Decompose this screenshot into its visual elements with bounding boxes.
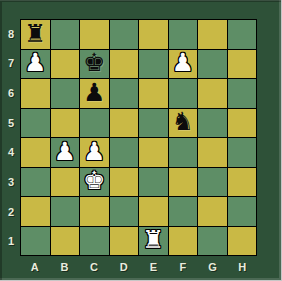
square-h6[interactable]: [228, 79, 257, 108]
square-g1[interactable]: [198, 227, 227, 256]
square-d5[interactable]: [110, 109, 139, 138]
rank-label-2: 2: [3, 197, 19, 227]
piece-white-pawn-a7[interactable]: ♟: [24, 50, 46, 75]
square-g3[interactable]: [198, 168, 227, 197]
square-d6[interactable]: [110, 79, 139, 108]
square-h3[interactable]: [228, 168, 257, 197]
square-d2[interactable]: [110, 197, 139, 226]
square-h5[interactable]: [228, 109, 257, 138]
file-label-c: C: [79, 256, 109, 277]
square-c8[interactable]: [80, 20, 109, 49]
rank-label-6: 6: [3, 78, 19, 108]
square-e5[interactable]: [139, 109, 168, 138]
square-b4[interactable]: ♟: [51, 138, 80, 167]
square-a1[interactable]: [21, 227, 50, 256]
square-g2[interactable]: [198, 197, 227, 226]
file-label-b: B: [50, 256, 80, 277]
square-e2[interactable]: [139, 197, 168, 226]
square-d7[interactable]: [110, 50, 139, 79]
file-label-g: G: [198, 256, 228, 277]
piece-white-pawn-c4[interactable]: ♟: [83, 139, 105, 164]
rank-label-8: 8: [3, 19, 19, 49]
square-a8[interactable]: ♜: [21, 20, 50, 49]
square-f1[interactable]: [169, 227, 198, 256]
square-b5[interactable]: [51, 109, 80, 138]
square-c3[interactable]: ♚: [80, 168, 109, 197]
file-label-e: E: [139, 256, 169, 277]
square-a7[interactable]: ♟: [21, 50, 50, 79]
square-c6[interactable]: ♟: [80, 79, 109, 108]
square-g5[interactable]: [198, 109, 227, 138]
square-f4[interactable]: [169, 138, 198, 167]
square-a5[interactable]: [21, 109, 50, 138]
square-g8[interactable]: [198, 20, 227, 49]
square-f6[interactable]: [169, 79, 198, 108]
square-b1[interactable]: [51, 227, 80, 256]
square-e8[interactable]: [139, 20, 168, 49]
square-h1[interactable]: [228, 227, 257, 256]
chess-board: ♜♟♚♟♟♞♟♟♚♜: [20, 19, 257, 256]
square-h4[interactable]: [228, 138, 257, 167]
square-c5[interactable]: [80, 109, 109, 138]
square-b6[interactable]: [51, 79, 80, 108]
square-e6[interactable]: [139, 79, 168, 108]
piece-black-rook-a8[interactable]: ♜: [24, 21, 46, 46]
square-f3[interactable]: [169, 168, 198, 197]
rank-label-4: 4: [3, 138, 19, 168]
square-h8[interactable]: [228, 20, 257, 49]
square-e3[interactable]: [139, 168, 168, 197]
square-d1[interactable]: [110, 227, 139, 256]
square-a2[interactable]: [21, 197, 50, 226]
rank-label-1: 1: [3, 226, 19, 256]
file-label-a: A: [20, 256, 50, 277]
rank-label-5: 5: [3, 108, 19, 138]
rank-label-3: 3: [3, 167, 19, 197]
square-e1[interactable]: ♜: [139, 227, 168, 256]
piece-white-pawn-f7[interactable]: ♟: [172, 50, 194, 75]
square-b8[interactable]: [51, 20, 80, 49]
square-d4[interactable]: [110, 138, 139, 167]
square-e7[interactable]: [139, 50, 168, 79]
file-labels: ABCDEFGH: [20, 256, 257, 277]
chess-board-panel: 87654321 ♜♟♚♟♟♞♟♟♚♜ ABCDEFGH: [0, 0, 282, 281]
square-f5[interactable]: ♞: [169, 109, 198, 138]
square-g6[interactable]: [198, 79, 227, 108]
square-d3[interactable]: [110, 168, 139, 197]
square-c2[interactable]: [80, 197, 109, 226]
square-b7[interactable]: [51, 50, 80, 79]
square-g7[interactable]: [198, 50, 227, 79]
file-label-f: F: [168, 256, 198, 277]
square-g4[interactable]: [198, 138, 227, 167]
square-c4[interactable]: ♟: [80, 138, 109, 167]
square-f8[interactable]: [169, 20, 198, 49]
square-b2[interactable]: [51, 197, 80, 226]
square-f2[interactable]: [169, 197, 198, 226]
file-label-h: H: [227, 256, 257, 277]
piece-black-king-c7[interactable]: ♚: [83, 50, 105, 75]
square-f7[interactable]: ♟: [169, 50, 198, 79]
square-c1[interactable]: [80, 227, 109, 256]
piece-white-rook-e1[interactable]: ♜: [142, 227, 164, 252]
piece-black-pawn-c6[interactable]: ♟: [83, 80, 105, 105]
square-d8[interactable]: [110, 20, 139, 49]
square-b3[interactable]: [51, 168, 80, 197]
square-a3[interactable]: [21, 168, 50, 197]
square-h7[interactable]: [228, 50, 257, 79]
rank-labels: 87654321: [3, 19, 19, 256]
square-c7[interactable]: ♚: [80, 50, 109, 79]
file-label-d: D: [109, 256, 139, 277]
square-h2[interactable]: [228, 197, 257, 226]
piece-black-knight-f5[interactable]: ♞: [172, 109, 194, 134]
square-a4[interactable]: [21, 138, 50, 167]
piece-white-pawn-b4[interactable]: ♟: [54, 139, 76, 164]
square-e4[interactable]: [139, 138, 168, 167]
rank-label-7: 7: [3, 49, 19, 79]
square-a6[interactable]: [21, 79, 50, 108]
piece-white-king-c3[interactable]: ♚: [83, 168, 105, 193]
